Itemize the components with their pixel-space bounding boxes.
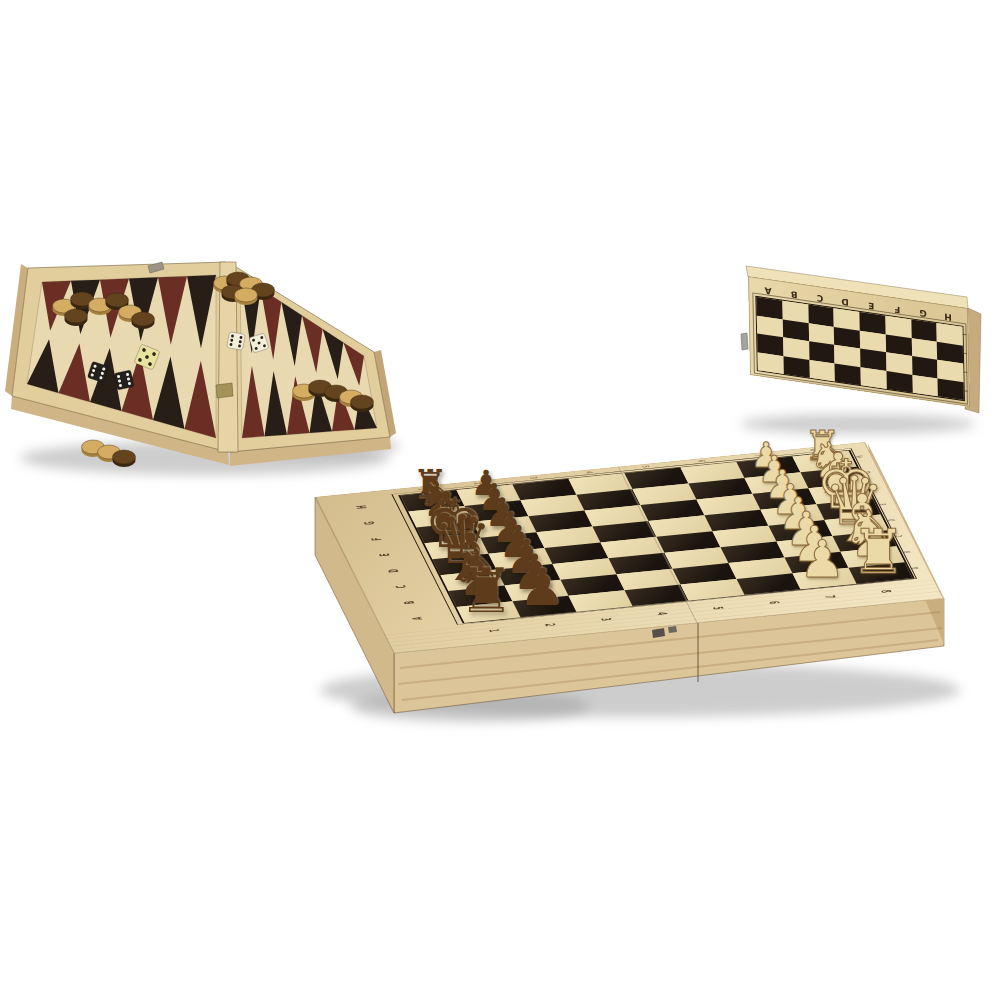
product-photo-scene: { "game": "chess (3-in-1 wooden travel s… xyxy=(0,0,1000,1000)
dark-rook[interactable]: ♜ xyxy=(459,560,514,621)
light-rook[interactable]: ♜ xyxy=(851,520,906,581)
light-pawn[interactable]: ♟ xyxy=(799,534,845,586)
chess-pieces-layer: ♜♜♞♞♝♝♛♛♚♚♝♝♞♞♜♜♟♟♟♟♟♟♟♟♟♟♟♟♟♟♟♟ xyxy=(0,0,1000,1000)
dark-pawn[interactable]: ♟ xyxy=(519,562,565,614)
